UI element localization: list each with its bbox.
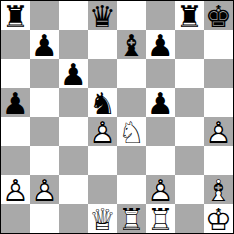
square-h8[interactable]: ♚ — [204, 1, 233, 30]
piece-white-rook[interactable]: ♜♖ — [146, 204, 175, 233]
piece-black-knight[interactable]: ♞ — [88, 88, 117, 117]
white-bishop-icon: ♗ — [204, 176, 233, 205]
square-g4[interactable] — [175, 117, 204, 146]
white-pawn-fill: ♟ — [88, 118, 117, 147]
white-bishop-fill: ♝ — [204, 176, 233, 205]
white-pawn-icon: ♙ — [30, 176, 59, 205]
square-h1[interactable]: ♚♔ — [204, 204, 233, 233]
square-a5[interactable]: ♟ — [1, 88, 30, 117]
square-f6[interactable] — [146, 59, 175, 88]
square-c6[interactable]: ♟ — [59, 59, 88, 88]
white-rook-icon: ♖ — [146, 205, 175, 234]
piece-black-pawn[interactable]: ♟ — [146, 88, 175, 117]
white-pawn-fill: ♟ — [146, 176, 175, 205]
square-d1[interactable]: ♛♕ — [88, 204, 117, 233]
piece-black-rook[interactable]: ♜ — [175, 1, 204, 30]
black-pawn-icon: ♟ — [146, 31, 175, 60]
square-f3[interactable] — [146, 146, 175, 175]
square-d6[interactable] — [88, 59, 117, 88]
piece-white-pawn[interactable]: ♟♙ — [146, 175, 175, 204]
square-h2[interactable]: ♝♗ — [204, 175, 233, 204]
square-c3[interactable] — [59, 146, 88, 175]
white-knight-icon: ♘ — [117, 118, 146, 147]
square-a4[interactable] — [1, 117, 30, 146]
piece-white-rook[interactable]: ♜♖ — [117, 204, 146, 233]
square-b3[interactable] — [30, 146, 59, 175]
square-c1[interactable] — [59, 204, 88, 233]
piece-black-rook[interactable]: ♜ — [1, 1, 30, 30]
square-g1[interactable] — [175, 204, 204, 233]
black-pawn-icon: ♟ — [1, 89, 30, 118]
square-h3[interactable] — [204, 146, 233, 175]
square-a6[interactable] — [1, 59, 30, 88]
square-d5[interactable]: ♞ — [88, 88, 117, 117]
chess-board: ♜♛♜♚♟♝♟♟♟♞♟♟♙♞♘♟♙♟♙♟♙♟♙♝♗♛♕♜♖♜♖♚♔ — [0, 0, 234, 234]
white-pawn-fill: ♟ — [204, 118, 233, 147]
square-b1[interactable] — [30, 204, 59, 233]
square-g5[interactable] — [175, 88, 204, 117]
piece-white-knight[interactable]: ♞♘ — [117, 117, 146, 146]
piece-white-bishop[interactable]: ♝♗ — [204, 175, 233, 204]
white-pawn-icon: ♙ — [88, 118, 117, 147]
square-e3[interactable] — [117, 146, 146, 175]
square-a3[interactable] — [1, 146, 30, 175]
square-g3[interactable] — [175, 146, 204, 175]
square-b4[interactable] — [30, 117, 59, 146]
square-h6[interactable] — [204, 59, 233, 88]
white-pawn-fill: ♟ — [1, 176, 30, 205]
square-c7[interactable] — [59, 30, 88, 59]
white-rook-icon: ♖ — [117, 205, 146, 234]
black-bishop-icon: ♝ — [117, 31, 146, 60]
piece-black-bishop[interactable]: ♝ — [117, 30, 146, 59]
white-pawn-icon: ♙ — [146, 176, 175, 205]
square-a7[interactable] — [1, 30, 30, 59]
black-queen-icon: ♛ — [88, 2, 117, 31]
square-e6[interactable] — [117, 59, 146, 88]
piece-white-pawn[interactable]: ♟♙ — [88, 117, 117, 146]
square-e5[interactable] — [117, 88, 146, 117]
piece-black-pawn[interactable]: ♟ — [30, 30, 59, 59]
square-a1[interactable] — [1, 204, 30, 233]
white-knight-fill: ♞ — [117, 118, 146, 147]
square-c5[interactable] — [59, 88, 88, 117]
white-rook-fill: ♜ — [117, 205, 146, 234]
black-pawn-icon: ♟ — [30, 31, 59, 60]
piece-black-queen[interactable]: ♛ — [88, 1, 117, 30]
square-b8[interactable] — [30, 1, 59, 30]
piece-white-king[interactable]: ♚♔ — [204, 204, 233, 233]
piece-white-queen[interactable]: ♛♕ — [88, 204, 117, 233]
square-h4[interactable]: ♟♙ — [204, 117, 233, 146]
white-queen-fill: ♛ — [88, 205, 117, 234]
black-pawn-icon: ♟ — [146, 89, 175, 118]
black-pawn-icon: ♟ — [59, 60, 88, 89]
square-f4[interactable] — [146, 117, 175, 146]
square-e1[interactable]: ♜♖ — [117, 204, 146, 233]
square-c2[interactable] — [59, 175, 88, 204]
square-f5[interactable]: ♟ — [146, 88, 175, 117]
square-g8[interactable]: ♜ — [175, 1, 204, 30]
piece-black-pawn[interactable]: ♟ — [146, 30, 175, 59]
white-king-icon: ♔ — [204, 205, 233, 234]
square-g6[interactable] — [175, 59, 204, 88]
square-e4[interactable]: ♞♘ — [117, 117, 146, 146]
square-d2[interactable] — [88, 175, 117, 204]
square-g2[interactable] — [175, 175, 204, 204]
square-d4[interactable]: ♟♙ — [88, 117, 117, 146]
black-rook-icon: ♜ — [175, 2, 204, 31]
black-rook-icon: ♜ — [1, 2, 30, 31]
square-h5[interactable] — [204, 88, 233, 117]
square-d7[interactable] — [88, 30, 117, 59]
square-b2[interactable]: ♟♙ — [30, 175, 59, 204]
square-d3[interactable] — [88, 146, 117, 175]
white-rook-fill: ♜ — [146, 205, 175, 234]
square-e2[interactable] — [117, 175, 146, 204]
square-f7[interactable]: ♟ — [146, 30, 175, 59]
square-b6[interactable] — [30, 59, 59, 88]
piece-white-pawn[interactable]: ♟♙ — [204, 117, 233, 146]
piece-white-pawn[interactable]: ♟♙ — [30, 175, 59, 204]
square-h7[interactable] — [204, 30, 233, 59]
white-pawn-icon: ♙ — [1, 176, 30, 205]
black-knight-icon: ♞ — [88, 89, 117, 118]
square-c4[interactable] — [59, 117, 88, 146]
piece-white-pawn[interactable]: ♟♙ — [1, 175, 30, 204]
piece-black-pawn[interactable]: ♟ — [59, 59, 88, 88]
white-pawn-icon: ♙ — [204, 118, 233, 147]
square-d8[interactable]: ♛ — [88, 1, 117, 30]
square-f1[interactable]: ♜♖ — [146, 204, 175, 233]
square-a2[interactable]: ♟♙ — [1, 175, 30, 204]
square-b5[interactable] — [30, 88, 59, 117]
piece-black-pawn[interactable]: ♟ — [1, 88, 30, 117]
square-f2[interactable]: ♟♙ — [146, 175, 175, 204]
square-a8[interactable]: ♜ — [1, 1, 30, 30]
white-queen-icon: ♕ — [88, 205, 117, 234]
square-g7[interactable] — [175, 30, 204, 59]
square-e7[interactable]: ♝ — [117, 30, 146, 59]
square-c8[interactable] — [59, 1, 88, 30]
square-e8[interactable] — [117, 1, 146, 30]
white-king-fill: ♚ — [204, 205, 233, 234]
white-pawn-fill: ♟ — [30, 176, 59, 205]
black-king-icon: ♚ — [204, 2, 233, 31]
square-b7[interactable]: ♟ — [30, 30, 59, 59]
square-f8[interactable] — [146, 1, 175, 30]
piece-black-king[interactable]: ♚ — [204, 1, 233, 30]
